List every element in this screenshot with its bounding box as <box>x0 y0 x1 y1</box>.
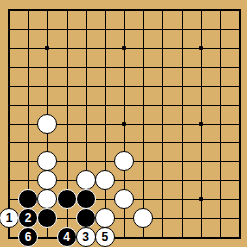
stone-white-numbered[interactable]: 3 <box>76 227 96 247</box>
move-number-label: 1 <box>6 212 13 224</box>
move-number-label: 5 <box>101 231 108 243</box>
hoshi-point <box>199 46 203 50</box>
grid-line-vertical <box>162 10 163 237</box>
hoshi-point <box>199 197 203 201</box>
stone-black[interactable] <box>76 208 96 228</box>
hoshi-point <box>122 122 126 126</box>
move-number-label: 3 <box>82 231 89 243</box>
stone-black-numbered[interactable]: 6 <box>18 227 38 247</box>
stone-black-numbered[interactable]: 4 <box>57 227 77 247</box>
hoshi-point <box>199 122 203 126</box>
hoshi-point <box>45 46 49 50</box>
stone-white[interactable] <box>76 170 96 190</box>
move-number-label: 6 <box>25 231 32 243</box>
stone-white[interactable] <box>95 208 115 228</box>
move-number-label: 2 <box>25 212 32 224</box>
stone-black[interactable] <box>57 189 77 209</box>
stone-white[interactable] <box>95 170 115 190</box>
go-diagram: 126435 <box>0 0 247 247</box>
grid-line-vertical <box>143 10 144 237</box>
hoshi-point <box>122 46 126 50</box>
stone-white[interactable] <box>37 114 57 134</box>
goban[interactable]: 126435 <box>0 0 247 247</box>
grid-line-vertical <box>182 10 183 237</box>
stone-white-numbered[interactable]: 5 <box>95 227 115 247</box>
move-number-label: 4 <box>63 231 70 243</box>
stone-black[interactable] <box>76 189 96 209</box>
grid-line-vertical <box>220 10 221 237</box>
grid-line-horizontal <box>9 142 239 143</box>
